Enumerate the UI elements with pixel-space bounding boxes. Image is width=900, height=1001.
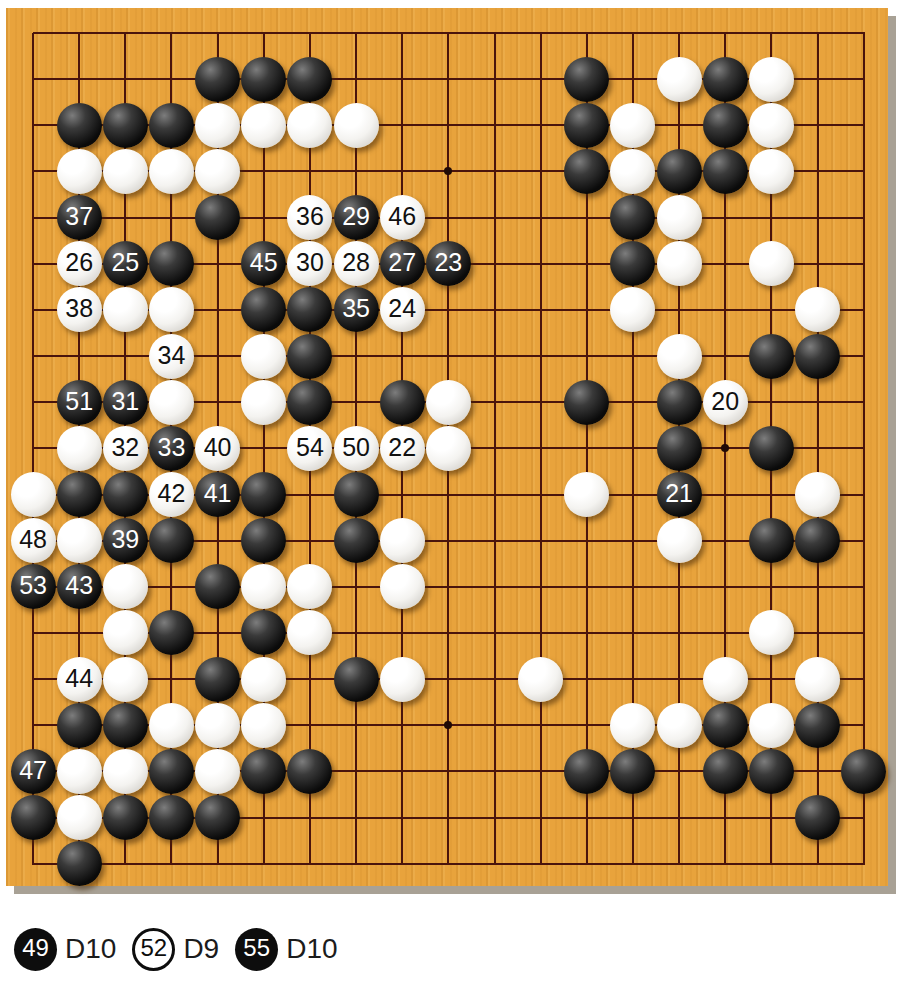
go-board: 3736294626254530282723383524345131203233… <box>6 8 888 886</box>
board-point <box>610 241 656 287</box>
stone-black <box>841 749 886 794</box>
board-point: 38 <box>56 287 102 333</box>
stone-white <box>657 334 702 379</box>
stone-white: 36 <box>287 195 332 240</box>
caption-move-number: 52 <box>141 936 168 960</box>
board-point <box>748 748 794 794</box>
board-point <box>56 748 102 794</box>
board-point: 53 <box>10 564 56 610</box>
stone-black <box>149 749 194 794</box>
board-point: 25 <box>102 241 148 287</box>
stone-black <box>103 472 148 517</box>
stone-white <box>103 564 148 609</box>
board-point <box>287 56 333 102</box>
board-point <box>333 656 379 702</box>
board-point <box>748 702 794 748</box>
board-point <box>610 102 656 148</box>
board-point <box>841 748 887 794</box>
stone-white: 28 <box>334 241 379 286</box>
stone-white: 38 <box>57 287 102 332</box>
board-point <box>148 748 194 794</box>
move-number-label: 45 <box>250 250 278 275</box>
board-point <box>148 518 194 564</box>
board-point <box>241 471 287 517</box>
stone-black: 41 <box>195 472 240 517</box>
board-point <box>333 518 379 564</box>
move-number-label: 32 <box>111 435 139 460</box>
stone-white: 32 <box>103 426 148 471</box>
stone-white <box>380 564 425 609</box>
stone-black: 21 <box>657 472 702 517</box>
stone-white <box>610 149 655 194</box>
stone-white <box>426 380 471 425</box>
stone-white <box>103 149 148 194</box>
stone-white <box>149 380 194 425</box>
board-point <box>656 425 702 471</box>
stone-white: 26 <box>57 241 102 286</box>
stone-white <box>287 564 332 609</box>
stone-black: 43 <box>57 564 102 609</box>
board-point <box>702 748 748 794</box>
move-number-label: 33 <box>158 435 186 460</box>
move-number-label: 42 <box>158 481 186 506</box>
stone-black: 53 <box>11 564 56 609</box>
move-number-label: 51 <box>65 389 93 414</box>
stone-black <box>149 518 194 563</box>
board-point <box>287 379 333 425</box>
board-point <box>56 518 102 564</box>
board-point: 34 <box>148 333 194 379</box>
stone-white <box>57 749 102 794</box>
board-point: 28 <box>333 241 379 287</box>
stone-black <box>149 103 194 148</box>
stone-white: 20 <box>703 380 748 425</box>
board-point <box>656 518 702 564</box>
board-point <box>287 102 333 148</box>
stone-black <box>195 195 240 240</box>
board-point: 21 <box>656 471 702 517</box>
stone-white <box>380 657 425 702</box>
stone-black <box>657 149 702 194</box>
stone-white <box>149 703 194 748</box>
stone-black <box>149 795 194 840</box>
stone-white <box>610 287 655 332</box>
move-number-label: 38 <box>65 296 93 321</box>
board-point: 24 <box>379 287 425 333</box>
stone-black <box>241 57 286 102</box>
board-point <box>610 748 656 794</box>
board-point <box>148 241 194 287</box>
stone-black <box>287 749 332 794</box>
board-point: 35 <box>333 287 379 333</box>
stone-white <box>610 703 655 748</box>
stone-black <box>564 57 609 102</box>
caption-stone-black-55: 55 <box>235 928 278 971</box>
board-point <box>195 195 241 241</box>
move-number-label: 20 <box>711 389 739 414</box>
stone-white <box>149 287 194 332</box>
board-point: 22 <box>379 425 425 471</box>
stone-white <box>749 610 794 655</box>
caption-coord: D10 <box>286 933 337 965</box>
board-point <box>610 195 656 241</box>
board-point <box>333 471 379 517</box>
stones-layer: 3736294626254530282723383524345131203233… <box>10 10 887 887</box>
board-point <box>102 610 148 656</box>
stone-white: 54 <box>287 426 332 471</box>
stone-black <box>564 380 609 425</box>
board-point <box>748 333 794 379</box>
move-number-label: 30 <box>296 250 324 275</box>
stone-white: 40 <box>195 426 240 471</box>
stone-white <box>241 703 286 748</box>
stone-black <box>749 518 794 563</box>
board-point <box>195 794 241 840</box>
stone-white <box>241 334 286 379</box>
stone-black <box>195 564 240 609</box>
board-point: 50 <box>333 425 379 471</box>
caption-coord: D10 <box>65 933 116 965</box>
stone-black <box>703 149 748 194</box>
stone-black <box>287 57 332 102</box>
board-point <box>748 56 794 102</box>
stone-black <box>657 426 702 471</box>
stone-black <box>149 241 194 286</box>
board-point <box>518 656 564 702</box>
board-point <box>794 794 840 840</box>
move-number-label: 53 <box>19 573 47 598</box>
board-point <box>10 471 56 517</box>
move-number-label: 37 <box>65 204 93 229</box>
stone-black <box>241 518 286 563</box>
stone-black <box>103 795 148 840</box>
stone-white <box>11 472 56 517</box>
board-point <box>56 102 102 148</box>
stone-white <box>795 472 840 517</box>
caption-stone-black-49: 49 <box>14 928 57 971</box>
board-point <box>425 379 471 425</box>
move-number-label: 54 <box>296 435 324 460</box>
stone-white <box>657 518 702 563</box>
stone-white <box>241 564 286 609</box>
stone-black <box>703 57 748 102</box>
stone-white <box>57 426 102 471</box>
stone-black <box>703 703 748 748</box>
board-point <box>241 564 287 610</box>
board-point: 29 <box>333 195 379 241</box>
board-point: 32 <box>102 425 148 471</box>
stone-white <box>518 657 563 702</box>
board-point <box>564 148 610 194</box>
stone-black <box>657 380 702 425</box>
stone-black <box>795 795 840 840</box>
board-point: 48 <box>10 518 56 564</box>
board-point <box>195 748 241 794</box>
stone-black <box>103 103 148 148</box>
board-point <box>794 471 840 517</box>
board-point <box>56 794 102 840</box>
move-caption: 49 D10 52 D9 55 D10 <box>14 926 346 972</box>
board-point <box>195 564 241 610</box>
stone-black <box>795 334 840 379</box>
board-point <box>148 287 194 333</box>
stone-white: 44 <box>57 657 102 702</box>
board-point <box>148 702 194 748</box>
board-point <box>379 518 425 564</box>
stone-white <box>703 657 748 702</box>
stone-black <box>57 841 102 886</box>
board-point <box>656 702 702 748</box>
stone-black <box>749 749 794 794</box>
stone-black <box>380 380 425 425</box>
board-point: 42 <box>148 471 194 517</box>
stone-black <box>703 749 748 794</box>
move-number-label: 43 <box>65 573 93 598</box>
board-point <box>610 702 656 748</box>
board-point: 40 <box>195 425 241 471</box>
board-point <box>56 841 102 887</box>
stone-black <box>11 795 56 840</box>
stone-white <box>195 103 240 148</box>
board-point <box>564 102 610 148</box>
board-point: 45 <box>241 241 287 287</box>
stone-black: 27 <box>380 241 425 286</box>
stone-white: 24 <box>380 287 425 332</box>
stone-white <box>103 287 148 332</box>
stone-white <box>657 195 702 240</box>
board-point: 46 <box>379 195 425 241</box>
board-point <box>102 287 148 333</box>
stone-white: 46 <box>380 195 425 240</box>
board-point <box>379 379 425 425</box>
board-point <box>564 471 610 517</box>
move-number-label: 22 <box>388 435 416 460</box>
stone-black <box>241 749 286 794</box>
board-point <box>379 656 425 702</box>
stone-black <box>287 287 332 332</box>
board-point: 31 <box>102 379 148 425</box>
board-point <box>102 564 148 610</box>
stone-white <box>57 149 102 194</box>
board-point <box>610 148 656 194</box>
stone-black <box>703 103 748 148</box>
board-point <box>195 656 241 702</box>
board-point: 39 <box>102 518 148 564</box>
board-point <box>241 748 287 794</box>
stone-black <box>610 241 655 286</box>
move-number-label: 27 <box>388 250 416 275</box>
board-point <box>379 564 425 610</box>
stone-white <box>149 149 194 194</box>
stone-black <box>57 472 102 517</box>
board-point <box>56 702 102 748</box>
stone-black: 23 <box>426 241 471 286</box>
board-point <box>748 425 794 471</box>
stone-black <box>564 149 609 194</box>
stone-white <box>749 241 794 286</box>
board-point: 27 <box>379 241 425 287</box>
stone-black <box>287 334 332 379</box>
move-number-label: 36 <box>296 204 324 229</box>
stone-white <box>380 518 425 563</box>
stone-white <box>195 749 240 794</box>
board-point <box>287 287 333 333</box>
stone-black <box>195 57 240 102</box>
board-point <box>287 748 333 794</box>
board-point <box>148 102 194 148</box>
stone-black <box>795 518 840 563</box>
board-point: 20 <box>702 379 748 425</box>
board-point: 30 <box>287 241 333 287</box>
board-point <box>564 748 610 794</box>
board-point <box>748 610 794 656</box>
board-point: 41 <box>195 471 241 517</box>
board-point <box>195 56 241 102</box>
board-point <box>148 379 194 425</box>
board-point <box>794 656 840 702</box>
caption-move-number: 49 <box>22 936 49 960</box>
move-number-label: 46 <box>388 204 416 229</box>
stone-black <box>334 657 379 702</box>
move-number-label: 44 <box>65 666 93 691</box>
board-point <box>564 379 610 425</box>
stone-white <box>657 703 702 748</box>
stone-white <box>749 703 794 748</box>
board-point <box>333 102 379 148</box>
board-point <box>656 195 702 241</box>
stone-white <box>610 103 655 148</box>
board-point <box>794 287 840 333</box>
move-number-label: 23 <box>434 250 462 275</box>
stone-black <box>334 472 379 517</box>
move-number-label: 26 <box>65 250 93 275</box>
caption-stone-white-52: 52 <box>132 928 175 971</box>
board-point: 33 <box>148 425 194 471</box>
board-point: 47 <box>10 748 56 794</box>
stone-white <box>103 610 148 655</box>
board-point <box>702 656 748 702</box>
stone-white <box>749 103 794 148</box>
stone-black <box>610 195 655 240</box>
move-number-label: 39 <box>111 527 139 552</box>
board-point <box>56 148 102 194</box>
board-point <box>748 148 794 194</box>
stone-white <box>195 149 240 194</box>
board-point: 44 <box>56 656 102 702</box>
stone-black: 25 <box>103 241 148 286</box>
board-point: 23 <box>425 241 471 287</box>
move-number-label: 50 <box>342 435 370 460</box>
stone-white <box>334 103 379 148</box>
board-point <box>102 702 148 748</box>
board-point <box>241 656 287 702</box>
stone-white: 34 <box>149 334 194 379</box>
board-point <box>702 702 748 748</box>
stone-white <box>657 241 702 286</box>
stone-white <box>287 610 332 655</box>
board-point <box>102 748 148 794</box>
move-number-label: 34 <box>158 343 186 368</box>
stone-black: 37 <box>57 195 102 240</box>
board-point <box>195 102 241 148</box>
board-point <box>287 333 333 379</box>
board-point <box>287 610 333 656</box>
board-point <box>241 287 287 333</box>
stone-black <box>334 518 379 563</box>
stone-black <box>195 795 240 840</box>
stone-black <box>749 334 794 379</box>
board-point: 51 <box>56 379 102 425</box>
move-number-label: 40 <box>204 435 232 460</box>
board-point <box>610 287 656 333</box>
board-point: 26 <box>56 241 102 287</box>
move-number-label: 25 <box>111 250 139 275</box>
board-point <box>56 471 102 517</box>
board-point <box>148 794 194 840</box>
stone-black: 31 <box>103 380 148 425</box>
stone-black <box>241 610 286 655</box>
board-point <box>656 333 702 379</box>
stone-white <box>426 426 471 471</box>
board-point <box>10 794 56 840</box>
board-point <box>102 471 148 517</box>
stone-black: 45 <box>241 241 286 286</box>
stone-black <box>287 380 332 425</box>
stone-white <box>57 518 102 563</box>
board-point <box>564 56 610 102</box>
board-point <box>748 518 794 564</box>
board-point <box>425 425 471 471</box>
board-point: 43 <box>56 564 102 610</box>
board-point <box>102 656 148 702</box>
stone-black: 39 <box>103 518 148 563</box>
board-point <box>241 333 287 379</box>
board-point <box>102 102 148 148</box>
board-point <box>656 379 702 425</box>
stone-white <box>57 795 102 840</box>
stone-black <box>610 749 655 794</box>
stone-black: 33 <box>149 426 194 471</box>
move-number-label: 21 <box>665 481 693 506</box>
move-number-label: 24 <box>388 296 416 321</box>
board-point <box>656 56 702 102</box>
board-point <box>748 241 794 287</box>
stone-white <box>241 103 286 148</box>
move-number-label: 41 <box>204 481 232 506</box>
board-point <box>287 564 333 610</box>
board-point <box>656 148 702 194</box>
board-point <box>148 610 194 656</box>
stone-black <box>57 703 102 748</box>
board-point <box>102 148 148 194</box>
stone-black: 35 <box>334 287 379 332</box>
stone-white: 48 <box>11 518 56 563</box>
stone-black: 29 <box>334 195 379 240</box>
board-point <box>241 56 287 102</box>
stone-black <box>795 703 840 748</box>
stone-white <box>241 380 286 425</box>
board-point <box>241 702 287 748</box>
stone-black: 47 <box>11 749 56 794</box>
stone-white <box>195 703 240 748</box>
stone-white <box>103 749 148 794</box>
board-point: 36 <box>287 195 333 241</box>
stone-white <box>749 149 794 194</box>
stone-white: 50 <box>334 426 379 471</box>
move-number-label: 28 <box>342 250 370 275</box>
board-point <box>241 610 287 656</box>
stone-white <box>795 287 840 332</box>
